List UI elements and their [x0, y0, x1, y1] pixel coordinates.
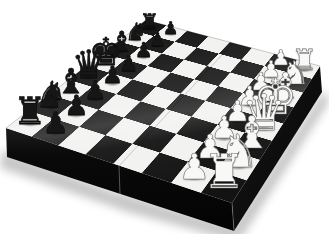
- chess-set-photo: ♜♟♞♟♝♟♚♟♜♟♟♛♞♟♟♝♝♟♟♞♚♟♟♜♛♟♟♝♟♞♟♜: [0, 0, 329, 234]
